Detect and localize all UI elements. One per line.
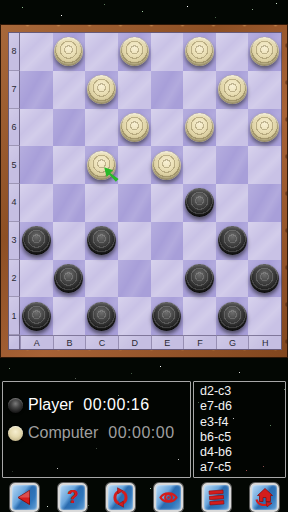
file-label-d: D xyxy=(118,335,151,349)
black-checker[interactable] xyxy=(87,226,116,255)
square-a4[interactable] xyxy=(20,184,53,222)
menu-button[interactable] xyxy=(202,483,231,512)
black-checker[interactable] xyxy=(250,264,279,293)
square-c4[interactable] xyxy=(85,184,118,222)
black-checker[interactable] xyxy=(218,302,247,331)
square-b1[interactable] xyxy=(53,297,86,335)
file-label-a: A xyxy=(20,335,53,349)
white-checker[interactable] xyxy=(152,151,181,180)
move-entry: b6-c5 xyxy=(200,430,285,445)
black-checker[interactable] xyxy=(54,264,83,293)
square-e6[interactable] xyxy=(151,109,184,147)
square-c8[interactable] xyxy=(85,33,118,71)
square-f8[interactable] xyxy=(183,33,216,71)
player-clock-row: Player 00:00:16 xyxy=(8,391,186,419)
player-checker-icon xyxy=(8,398,23,413)
clocks-panel: Player 00:00:16 Computer 00:00:00 xyxy=(2,381,191,478)
restart-button[interactable] xyxy=(106,483,135,512)
square-a7[interactable] xyxy=(20,71,53,109)
square-a8[interactable] xyxy=(20,33,53,71)
home-exit-icon xyxy=(254,487,275,508)
move-entry: e7-d6 xyxy=(200,399,285,414)
square-b8[interactable] xyxy=(53,33,86,71)
rank-label-1: 1 xyxy=(9,297,20,335)
square-d6[interactable] xyxy=(118,109,151,147)
refresh-arrows-icon xyxy=(110,487,131,508)
starfield-background xyxy=(0,0,1,1)
menu-bars-icon xyxy=(206,487,227,508)
square-c7[interactable] xyxy=(85,71,118,109)
black-checker[interactable] xyxy=(185,188,214,217)
rank-label-7: 7 xyxy=(9,71,20,109)
square-b3[interactable] xyxy=(53,222,86,260)
file-label-g: G xyxy=(216,335,249,349)
square-g2[interactable] xyxy=(216,260,249,298)
white-checker[interactable] xyxy=(120,37,149,66)
square-e7[interactable] xyxy=(151,71,184,109)
square-f5[interactable] xyxy=(183,146,216,184)
square-c5[interactable] xyxy=(85,146,118,184)
board-frame: 87654321ABCDEFGH xyxy=(0,24,288,358)
black-checker[interactable] xyxy=(218,226,247,255)
board: 87654321ABCDEFGH xyxy=(8,32,282,350)
square-e4[interactable] xyxy=(151,184,184,222)
square-d8[interactable] xyxy=(118,33,151,71)
file-label-c: C xyxy=(85,335,118,349)
move-entry: d2-c3 xyxy=(200,384,285,399)
move-entry: e3-f4 xyxy=(200,415,285,430)
square-a5[interactable] xyxy=(20,146,53,184)
square-f4[interactable] xyxy=(183,184,216,222)
square-d5[interactable] xyxy=(118,146,151,184)
move-entry: a7-c5 xyxy=(200,460,285,475)
square-e8[interactable] xyxy=(151,33,184,71)
square-b5[interactable] xyxy=(53,146,86,184)
file-label-b: B xyxy=(53,335,86,349)
square-e2[interactable] xyxy=(151,260,184,298)
square-e3[interactable] xyxy=(151,222,184,260)
square-c2[interactable] xyxy=(85,260,118,298)
square-b2[interactable] xyxy=(53,260,86,298)
square-b7[interactable] xyxy=(53,71,86,109)
computer-time: 00:00:00 xyxy=(108,424,174,442)
square-f7[interactable] xyxy=(183,71,216,109)
player-label: Player xyxy=(28,396,73,414)
square-a6[interactable] xyxy=(20,109,53,147)
black-checker[interactable] xyxy=(185,264,214,293)
square-f1[interactable] xyxy=(183,297,216,335)
help-button[interactable]: ? ? xyxy=(58,483,87,512)
square-d7[interactable] xyxy=(118,71,151,109)
eye-icon xyxy=(158,487,179,508)
square-a2[interactable] xyxy=(20,260,53,298)
square-h2[interactable] xyxy=(248,260,281,298)
hint-button[interactable] xyxy=(154,483,183,512)
square-g4[interactable] xyxy=(216,184,249,222)
exit-button[interactable] xyxy=(250,483,279,512)
black-checker[interactable] xyxy=(152,302,181,331)
square-g5[interactable] xyxy=(216,146,249,184)
move-entry: d4-b6 xyxy=(200,445,285,460)
white-checker[interactable] xyxy=(185,37,214,66)
rank-label-4: 4 xyxy=(9,184,20,222)
file-label-e: E xyxy=(151,335,184,349)
square-h3[interactable] xyxy=(248,222,281,260)
rank-label-6: 6 xyxy=(9,109,20,147)
square-h5[interactable] xyxy=(248,146,281,184)
white-checker[interactable] xyxy=(54,37,83,66)
square-g7[interactable] xyxy=(216,71,249,109)
square-d1[interactable] xyxy=(118,297,151,335)
square-c6[interactable] xyxy=(85,109,118,147)
computer-clock-row: Computer 00:00:00 xyxy=(8,419,186,447)
corner-label xyxy=(9,335,20,349)
square-h6[interactable] xyxy=(248,109,281,147)
player-time: 00:00:16 xyxy=(83,396,149,414)
square-b6[interactable] xyxy=(53,109,86,147)
white-checker[interactable] xyxy=(87,75,116,104)
square-g3[interactable] xyxy=(216,222,249,260)
square-f3[interactable] xyxy=(183,222,216,260)
square-c1[interactable] xyxy=(85,297,118,335)
black-checker[interactable] xyxy=(22,226,51,255)
square-d2[interactable] xyxy=(118,260,151,298)
back-arrow-icon xyxy=(14,487,35,508)
square-e5[interactable] xyxy=(151,146,184,184)
square-c3[interactable] xyxy=(85,222,118,260)
file-label-f: F xyxy=(183,335,216,349)
svg-text:?: ? xyxy=(67,487,78,507)
square-h8[interactable] xyxy=(248,33,281,71)
square-b4[interactable] xyxy=(53,184,86,222)
question-mark-icon: ? ? xyxy=(62,487,83,508)
computer-label: Computer xyxy=(28,424,98,442)
square-h4[interactable] xyxy=(248,184,281,222)
square-d3[interactable] xyxy=(118,222,151,260)
file-label-h: H xyxy=(248,335,281,349)
rank-label-3: 3 xyxy=(9,222,20,260)
square-f2[interactable] xyxy=(183,260,216,298)
square-f6[interactable] xyxy=(183,109,216,147)
black-checker[interactable] xyxy=(87,302,116,331)
square-a1[interactable] xyxy=(20,297,53,335)
square-g8[interactable] xyxy=(216,33,249,71)
square-h1[interactable] xyxy=(248,297,281,335)
white-checker[interactable] xyxy=(218,75,247,104)
white-checker[interactable] xyxy=(250,113,279,142)
undo-button[interactable] xyxy=(10,483,39,512)
rank-label-2: 2 xyxy=(9,260,20,298)
square-h7[interactable] xyxy=(248,71,281,109)
rank-label-8: 8 xyxy=(9,33,20,71)
rank-label-5: 5 xyxy=(9,146,20,184)
move-list[interactable]: d2-c3e7-d6e3-f4b6-c5d4-b6a7-c5 xyxy=(193,381,286,478)
square-a3[interactable] xyxy=(20,222,53,260)
black-checker[interactable] xyxy=(22,302,51,331)
square-g1[interactable] xyxy=(216,297,249,335)
square-g6[interactable] xyxy=(216,109,249,147)
white-checker[interactable] xyxy=(185,113,214,142)
white-checker[interactable] xyxy=(250,37,279,66)
square-d4[interactable] xyxy=(118,184,151,222)
white-checker[interactable] xyxy=(120,113,149,142)
computer-checker-icon xyxy=(8,426,23,441)
square-e1[interactable] xyxy=(151,297,184,335)
